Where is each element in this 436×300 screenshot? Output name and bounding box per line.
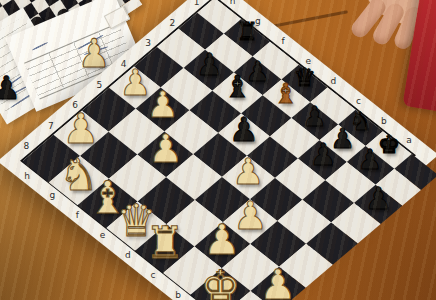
piece-white-pawn-f6[interactable]: ♟: [148, 130, 183, 169]
piece-white-pawn-a7[interactable]: ♟: [259, 263, 296, 300]
piece-black-pawn-b2[interactable]: ♟: [358, 146, 383, 174]
piece-white-pawn-d5[interactable]: ♟: [232, 155, 264, 191]
piece-black-bishop-f3[interactable]: ♝: [224, 73, 251, 103]
piece-black-pawn-a3[interactable]: ♟: [364, 184, 391, 214]
piece-black-pawn-g3[interactable]: ♟: [195, 50, 222, 80]
piece-black-pawn-e4[interactable]: ♟: [229, 113, 259, 146]
captured-black-pawn[interactable]: ♟: [0, 72, 21, 104]
handwriting: [31, 41, 48, 51]
piece-black-pawn-d2[interactable]: ♟: [302, 103, 327, 131]
piece-black-pawn-c3[interactable]: ♟: [309, 140, 336, 170]
piece-black-rook-g1[interactable]: ♜: [236, 20, 258, 45]
piece-white-bishop-e2[interactable]: ♝: [274, 80, 299, 108]
photo-scene: ♟ ♟ hgfedcba hgfedcba 12345678 12345678 …: [0, 0, 436, 300]
piece-white-pawn-g5[interactable]: ♟: [147, 87, 179, 123]
piece-white-king-b8[interactable]: ♚: [200, 265, 240, 300]
